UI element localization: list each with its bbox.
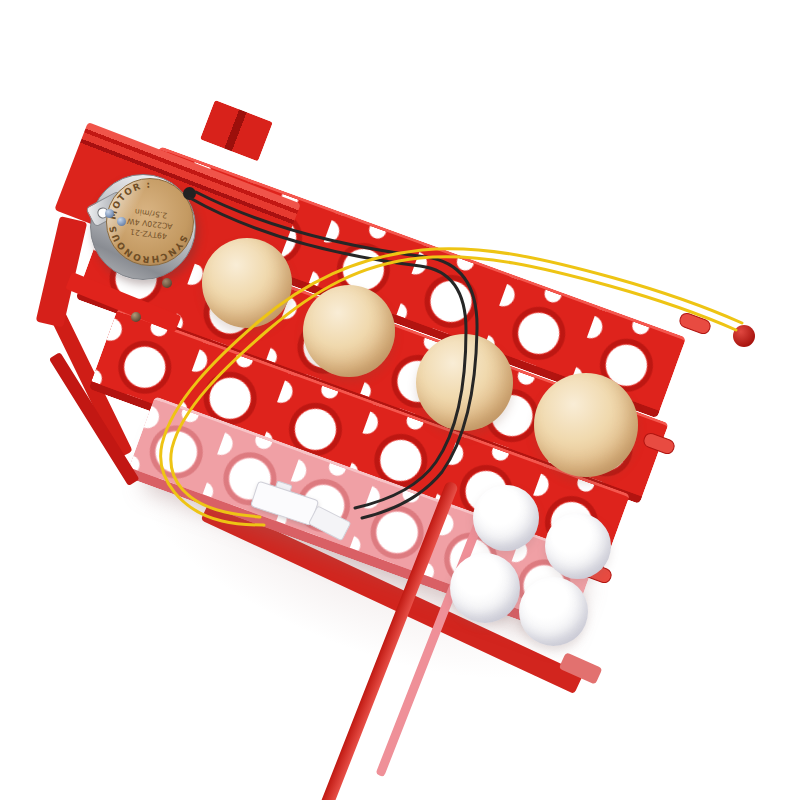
yellow-wire	[161, 249, 742, 525]
product-photo: SYNCHRONOUS MOTOR : 49TYZ-21 AC220V 4W 2…	[0, 0, 800, 800]
plug-mate	[308, 505, 351, 541]
yellow-wire	[171, 257, 736, 517]
wiring-layer	[0, 0, 800, 800]
black-wire	[190, 198, 466, 508]
